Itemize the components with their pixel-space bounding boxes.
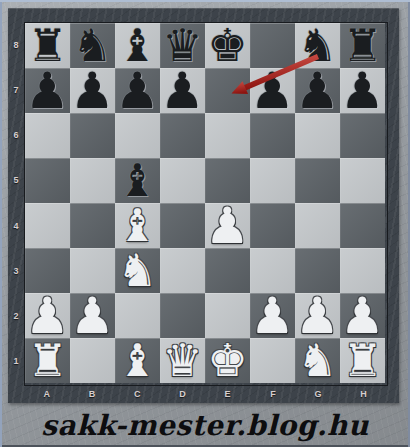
piece-white-pawn: ♟ [70,291,115,341]
square-a4[interactable] [25,203,70,248]
square-e8[interactable]: ♚ [205,23,250,68]
square-c7[interactable]: ♟ [115,68,160,113]
square-b2[interactable]: ♟ [70,293,115,338]
piece-white-bishop: ♝ [117,203,157,248]
piece-black-pawn: ♟ [160,66,205,116]
piece-black-pawn: ♟ [295,66,340,116]
square-d1[interactable]: ♛ [160,338,205,383]
square-b7[interactable]: ♟ [70,68,115,113]
square-f1[interactable] [250,338,295,383]
square-e4[interactable]: ♟ [205,203,250,248]
square-c2[interactable] [115,293,160,338]
square-e1[interactable]: ♚ [205,338,250,383]
square-f6[interactable] [250,113,295,158]
square-b5[interactable] [70,158,115,203]
file-label-f: F [250,384,295,403]
square-c6[interactable] [115,113,160,158]
square-c5[interactable]: ♝ [115,158,160,203]
square-g6[interactable] [295,113,340,158]
square-a1[interactable]: ♜ [25,338,70,383]
file-label-c: C [115,384,160,403]
rank-label-1: 1 [8,339,24,384]
piece-black-pawn: ♟ [340,66,385,116]
chess-diagram: 87654321 ♜♞♝♛♚♞♜♟♟♟♟♟♟♟♝♝♟♞♟♟♟♟♟♜♝♛♚♞♜ A… [0,0,410,447]
square-b4[interactable] [70,203,115,248]
piece-white-pawn: ♟ [25,291,70,341]
file-label-a: A [24,384,69,403]
piece-black-pawn: ♟ [250,66,295,116]
rank-label-2: 2 [8,294,24,339]
square-f4[interactable] [250,203,295,248]
square-g2[interactable]: ♟ [295,293,340,338]
file-label-h: H [341,384,386,403]
square-e7[interactable] [205,68,250,113]
square-c4[interactable]: ♝ [115,203,160,248]
piece-white-queen: ♛ [162,338,202,383]
rank-label-4: 4 [8,203,24,248]
square-h7[interactable]: ♟ [340,68,385,113]
square-f2[interactable]: ♟ [250,293,295,338]
square-f7[interactable]: ♟ [250,68,295,113]
watermark-text: sakk-mester.blog.hu [0,403,410,447]
square-e6[interactable] [205,113,250,158]
file-label-g: G [296,384,341,403]
piece-white-knight: ♞ [117,248,157,293]
piece-white-pawn: ♟ [340,291,385,341]
square-b6[interactable] [70,113,115,158]
square-e3[interactable] [205,248,250,293]
piece-white-knight: ♞ [297,338,337,383]
rank-label-3: 3 [8,248,24,293]
piece-white-rook: ♜ [342,338,382,383]
file-label-d: D [160,384,205,403]
rank-label-7: 7 [8,67,24,112]
square-h4[interactable] [340,203,385,248]
chess-board: ♜♞♝♛♚♞♜♟♟♟♟♟♟♟♝♝♟♞♟♟♟♟♟♜♝♛♚♞♜ [24,22,388,386]
square-h6[interactable] [340,113,385,158]
piece-black-pawn: ♟ [25,66,70,116]
square-g5[interactable] [295,158,340,203]
square-a2[interactable]: ♟ [25,293,70,338]
square-d2[interactable] [160,293,205,338]
piece-white-bishop: ♝ [117,338,157,383]
piece-black-pawn: ♟ [70,66,115,116]
square-e2[interactable] [205,293,250,338]
piece-white-pawn: ♟ [295,291,340,341]
square-d4[interactable] [160,203,205,248]
square-h1[interactable]: ♜ [340,338,385,383]
piece-black-pawn: ♟ [115,66,160,116]
rank-label-5: 5 [8,158,24,203]
piece-black-king: ♚ [207,23,247,68]
file-labels: ABCDEFGH [24,384,386,403]
square-d7[interactable]: ♟ [160,68,205,113]
square-d5[interactable] [160,158,205,203]
square-c3[interactable]: ♞ [115,248,160,293]
square-g4[interactable] [295,203,340,248]
square-g7[interactable]: ♟ [295,68,340,113]
square-a5[interactable] [25,158,70,203]
square-h5[interactable] [340,158,385,203]
rank-label-6: 6 [8,113,24,158]
file-label-e: E [205,384,250,403]
square-f5[interactable] [250,158,295,203]
square-d3[interactable] [160,248,205,293]
piece-white-pawn: ♟ [205,201,250,251]
piece-black-bishop: ♝ [117,158,157,203]
square-d6[interactable] [160,113,205,158]
square-a6[interactable] [25,113,70,158]
square-g1[interactable]: ♞ [295,338,340,383]
square-b1[interactable] [70,338,115,383]
square-a7[interactable]: ♟ [25,68,70,113]
piece-white-king: ♚ [207,338,247,383]
rank-labels: 87654321 [8,22,24,384]
file-label-b: B [69,384,114,403]
square-h2[interactable]: ♟ [340,293,385,338]
rank-label-8: 8 [8,22,24,67]
piece-white-rook: ♜ [27,338,67,383]
piece-white-pawn: ♟ [250,291,295,341]
square-c1[interactable]: ♝ [115,338,160,383]
